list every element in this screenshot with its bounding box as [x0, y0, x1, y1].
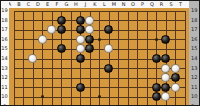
row-label-left-19: 19: [1, 7, 8, 14]
black-stone-H11: [76, 83, 85, 92]
row-label-left-15: 15: [1, 45, 8, 52]
white-stone-H15: [76, 44, 85, 53]
row-label-right-19: 19: [190, 7, 200, 14]
right-row-labels-strip: 191817161514131211109: [189, 1, 200, 106]
white-stone-S11: [171, 83, 180, 92]
black-stone-S12: [171, 73, 180, 82]
black-stone-H17: [76, 25, 85, 34]
black-stone-H14: [76, 54, 85, 63]
black-stone-L13: [104, 64, 113, 73]
row-label-right-16: 16: [190, 36, 200, 43]
column-label-J: J: [82, 1, 90, 8]
row-label-left-16: 16: [1, 36, 8, 43]
black-stone-R14: [161, 54, 170, 63]
white-stone-D16: [38, 35, 47, 44]
column-label-N: N: [120, 1, 128, 8]
column-label-D: D: [34, 1, 42, 8]
column-label-H: H: [72, 1, 80, 8]
black-stone-H18: [76, 16, 85, 25]
black-stone-R16: [161, 35, 170, 44]
white-stone-R13: [161, 64, 170, 73]
grid-line-row-17: [14, 30, 186, 31]
row-label-right-17: 17: [190, 26, 200, 33]
white-stone-J17: [85, 25, 94, 34]
row-label-left-14: 14: [1, 55, 8, 62]
column-label-S: S: [167, 1, 175, 8]
column-label-M: M: [110, 1, 118, 8]
white-stone-C14: [28, 54, 37, 63]
black-stone-R11: [161, 83, 170, 92]
column-label-B: B: [15, 1, 23, 8]
column-label-R: R: [158, 1, 166, 8]
white-stone-L15: [104, 44, 113, 53]
star-point-K10: [98, 95, 101, 98]
column-label-P: P: [139, 1, 147, 8]
black-stone-F18: [57, 16, 66, 25]
row-label-left-9: 9: [1, 103, 8, 106]
column-label-E: E: [44, 1, 52, 8]
white-stone-S13: [171, 64, 180, 73]
row-label-right-12: 12: [190, 74, 200, 81]
white-stone-E17: [47, 25, 56, 34]
column-label-Q: Q: [148, 1, 156, 8]
column-label-O: O: [129, 1, 137, 8]
row-label-right-10: 10: [190, 93, 200, 100]
left-row-labels-strip: 191817161514131211109: [1, 1, 9, 106]
grid-line-row-13: [14, 68, 186, 69]
go-client-window: ABCDEFGHJKLMNOPQRST 19181716151413121110…: [0, 0, 200, 106]
white-stone-H16: [76, 35, 85, 44]
black-stone-J15: [85, 44, 94, 53]
row-label-right-11: 11: [190, 84, 200, 91]
row-label-right-9: 9: [190, 103, 200, 106]
column-label-G: G: [63, 1, 71, 8]
black-stone-Q14: [152, 54, 161, 63]
star-point-D10: [41, 95, 44, 98]
white-stone-R12: [161, 73, 170, 82]
black-stone-Q10: [152, 92, 161, 101]
star-point-Q16: [155, 38, 158, 41]
black-stone-L17: [104, 25, 113, 34]
black-stone-Q11: [152, 83, 161, 92]
row-label-left-12: 12: [1, 74, 8, 81]
column-label-T: T: [177, 1, 185, 8]
row-label-left-11: 11: [1, 84, 8, 91]
row-label-left-18: 18: [1, 17, 8, 24]
row-label-right-14: 14: [190, 55, 200, 62]
grid-line-row-15: [14, 49, 186, 50]
row-label-right-18: 18: [190, 17, 200, 24]
grid-line-row-19: [14, 11, 186, 12]
white-stone-J18: [85, 16, 94, 25]
black-stone-J16: [85, 35, 94, 44]
column-label-F: F: [53, 1, 61, 8]
column-label-K: K: [91, 1, 99, 8]
go-board[interactable]: [9, 8, 190, 106]
grid-line-row-12: [14, 78, 186, 79]
column-label-L: L: [101, 1, 109, 8]
white-stone-R10: [161, 92, 170, 101]
row-label-right-15: 15: [190, 45, 200, 52]
black-stone-F17: [57, 25, 66, 34]
column-labels-strip: ABCDEFGHJKLMNOPQRST: [1, 1, 200, 8]
black-stone-F15: [57, 44, 66, 53]
star-point-K16: [98, 38, 101, 41]
row-label-left-13: 13: [1, 65, 8, 72]
row-label-left-17: 17: [1, 26, 8, 33]
row-label-left-10: 10: [1, 93, 8, 100]
row-label-right-13: 13: [190, 65, 200, 72]
grid-line-row-18: [14, 20, 186, 21]
column-label-C: C: [25, 1, 33, 8]
